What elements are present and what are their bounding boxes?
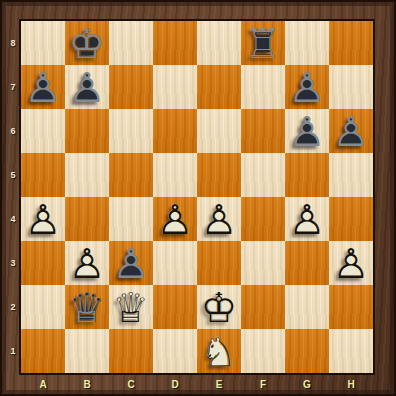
square-c3[interactable]: ♟♙	[109, 241, 153, 285]
piece-glyph-fill: ♟	[109, 241, 153, 285]
rank-label-8: 8	[5, 21, 21, 65]
piece-black-pawn[interactable]: ♟♙	[285, 65, 329, 109]
square-c6[interactable]	[109, 109, 153, 153]
piece-black-pawn[interactable]: ♟♙	[109, 241, 153, 285]
chess-board: ♚♔♜♖♟♙♟♙♟♙♟♙♟♙♟♙♟♙♟♙♟♙♟♙♟♙♟♙♛♕♛♕♚♔♞♘	[19, 19, 375, 375]
square-g5[interactable]	[285, 153, 329, 197]
piece-white-pawn[interactable]: ♟♙	[21, 197, 65, 241]
square-b5[interactable]	[65, 153, 109, 197]
piece-glyph-fill: ♟	[65, 65, 109, 109]
square-b3[interactable]: ♟♙	[65, 241, 109, 285]
piece-black-king[interactable]: ♚♔	[65, 21, 109, 65]
piece-white-pawn[interactable]: ♟♙	[153, 197, 197, 241]
square-e3[interactable]	[197, 241, 241, 285]
piece-glyph-line: ♙	[65, 65, 109, 109]
square-d3[interactable]	[153, 241, 197, 285]
square-g1[interactable]	[285, 329, 329, 373]
square-f7[interactable]	[241, 65, 285, 109]
rank-label-2: 2	[5, 285, 21, 329]
square-e4[interactable]: ♟♙	[197, 197, 241, 241]
piece-glyph-fill: ♟	[21, 65, 65, 109]
square-d5[interactable]	[153, 153, 197, 197]
square-b1[interactable]	[65, 329, 109, 373]
piece-black-queen[interactable]: ♛♕	[65, 285, 109, 329]
square-a7[interactable]: ♟♙	[21, 65, 65, 109]
piece-white-king[interactable]: ♚♔	[197, 285, 241, 329]
file-label-d: D	[153, 375, 197, 395]
piece-glyph-fill: ♟	[21, 197, 65, 241]
square-c1[interactable]	[109, 329, 153, 373]
piece-glyph-line: ♙	[329, 109, 373, 153]
square-e5[interactable]	[197, 153, 241, 197]
square-c7[interactable]	[109, 65, 153, 109]
square-g4[interactable]: ♟♙	[285, 197, 329, 241]
piece-glyph-fill: ♛	[65, 285, 109, 329]
square-b4[interactable]	[65, 197, 109, 241]
square-e7[interactable]	[197, 65, 241, 109]
piece-glyph-line: ♙	[285, 109, 329, 153]
piece-white-pawn[interactable]: ♟♙	[65, 241, 109, 285]
square-f6[interactable]	[241, 109, 285, 153]
file-label-f: F	[241, 375, 285, 395]
piece-glyph-fill: ♛	[109, 285, 153, 329]
file-label-g: G	[285, 375, 329, 395]
square-h8[interactable]	[329, 21, 373, 65]
square-c5[interactable]	[109, 153, 153, 197]
piece-black-pawn[interactable]: ♟♙	[285, 109, 329, 153]
square-h4[interactable]	[329, 197, 373, 241]
piece-glyph-fill: ♟	[329, 109, 373, 153]
piece-white-pawn[interactable]: ♟♙	[285, 197, 329, 241]
piece-glyph-fill: ♟	[285, 109, 329, 153]
piece-glyph-line: ♙	[285, 197, 329, 241]
square-a6[interactable]	[21, 109, 65, 153]
square-h1[interactable]	[329, 329, 373, 373]
square-h6[interactable]: ♟♙	[329, 109, 373, 153]
piece-black-pawn[interactable]: ♟♙	[21, 65, 65, 109]
piece-glyph-fill: ♚	[65, 21, 109, 65]
piece-glyph-fill: ♟	[197, 197, 241, 241]
file-label-e: E	[197, 375, 241, 395]
rank-label-5: 5	[5, 153, 21, 197]
rank-label-6: 6	[5, 109, 21, 153]
piece-glyph-fill: ♞	[197, 329, 241, 373]
piece-glyph-line: ♙	[197, 197, 241, 241]
piece-glyph-line: ♔	[197, 285, 241, 329]
square-c2[interactable]: ♛♕	[109, 285, 153, 329]
rank-label-4: 4	[5, 197, 21, 241]
square-a5[interactable]	[21, 153, 65, 197]
square-e2[interactable]: ♚♔	[197, 285, 241, 329]
square-a1[interactable]	[21, 329, 65, 373]
square-f4[interactable]	[241, 197, 285, 241]
square-f2[interactable]	[241, 285, 285, 329]
piece-glyph-line: ♙	[21, 197, 65, 241]
square-e6[interactable]	[197, 109, 241, 153]
square-e1[interactable]: ♞♘	[197, 329, 241, 373]
square-f5[interactable]	[241, 153, 285, 197]
square-b6[interactable]	[65, 109, 109, 153]
piece-glyph-fill: ♟	[285, 197, 329, 241]
square-g2[interactable]	[285, 285, 329, 329]
square-c4[interactable]	[109, 197, 153, 241]
piece-black-pawn[interactable]: ♟♙	[329, 109, 373, 153]
square-d7[interactable]	[153, 65, 197, 109]
piece-glyph-fill: ♟	[153, 197, 197, 241]
square-g3[interactable]	[285, 241, 329, 285]
file-label-h: H	[329, 375, 373, 395]
square-c8[interactable]	[109, 21, 153, 65]
rank-label-7: 7	[5, 65, 21, 109]
square-b8[interactable]: ♚♔	[65, 21, 109, 65]
rank-label-1: 1	[5, 329, 21, 373]
piece-glyph-line: ♕	[65, 285, 109, 329]
square-e8[interactable]	[197, 21, 241, 65]
square-a8[interactable]	[21, 21, 65, 65]
piece-white-pawn[interactable]: ♟♙	[197, 197, 241, 241]
square-d4[interactable]: ♟♙	[153, 197, 197, 241]
square-f8[interactable]: ♜♖	[241, 21, 285, 65]
piece-glyph-line: ♙	[329, 241, 373, 285]
square-h2[interactable]	[329, 285, 373, 329]
square-f1[interactable]	[241, 329, 285, 373]
square-d1[interactable]	[153, 329, 197, 373]
piece-black-rook[interactable]: ♜♖	[241, 21, 285, 65]
file-label-a: A	[21, 375, 65, 395]
piece-glyph-line: ♙	[109, 241, 153, 285]
piece-black-pawn[interactable]: ♟♙	[65, 65, 109, 109]
square-f3[interactable]	[241, 241, 285, 285]
piece-glyph-line: ♙	[285, 65, 329, 109]
piece-glyph-line: ♕	[109, 285, 153, 329]
piece-white-pawn[interactable]: ♟♙	[329, 241, 373, 285]
square-g8[interactable]	[285, 21, 329, 65]
piece-glyph-fill: ♚	[197, 285, 241, 329]
square-a3[interactable]	[21, 241, 65, 285]
square-d6[interactable]	[153, 109, 197, 153]
piece-glyph-line: ♙	[21, 65, 65, 109]
square-g6[interactable]: ♟♙	[285, 109, 329, 153]
square-b2[interactable]: ♛♕	[65, 285, 109, 329]
piece-glyph-fill: ♟	[285, 65, 329, 109]
piece-glyph-line: ♘	[197, 329, 241, 373]
square-d2[interactable]	[153, 285, 197, 329]
piece-white-queen[interactable]: ♛♕	[109, 285, 153, 329]
rank-label-3: 3	[5, 241, 21, 285]
piece-glyph-line: ♔	[65, 21, 109, 65]
square-a4[interactable]: ♟♙	[21, 197, 65, 241]
piece-glyph-fill: ♜	[241, 21, 285, 65]
piece-glyph-fill: ♟	[65, 241, 109, 285]
piece-white-knight[interactable]: ♞♘	[197, 329, 241, 373]
file-label-b: B	[65, 375, 109, 395]
board-frame: ♚♔♜♖♟♙♟♙♟♙♟♙♟♙♟♙♟♙♟♙♟♙♟♙♟♙♟♙♛♕♛♕♚♔♞♘ 876…	[0, 0, 396, 396]
square-h3[interactable]: ♟♙	[329, 241, 373, 285]
square-b7[interactable]: ♟♙	[65, 65, 109, 109]
piece-glyph-line: ♙	[153, 197, 197, 241]
square-a2[interactable]	[21, 285, 65, 329]
square-h7[interactable]	[329, 65, 373, 109]
piece-glyph-line: ♙	[65, 241, 109, 285]
piece-glyph-fill: ♟	[329, 241, 373, 285]
square-d8[interactable]	[153, 21, 197, 65]
square-h5[interactable]	[329, 153, 373, 197]
file-label-c: C	[109, 375, 153, 395]
piece-glyph-line: ♖	[241, 21, 285, 65]
square-g7[interactable]: ♟♙	[285, 65, 329, 109]
